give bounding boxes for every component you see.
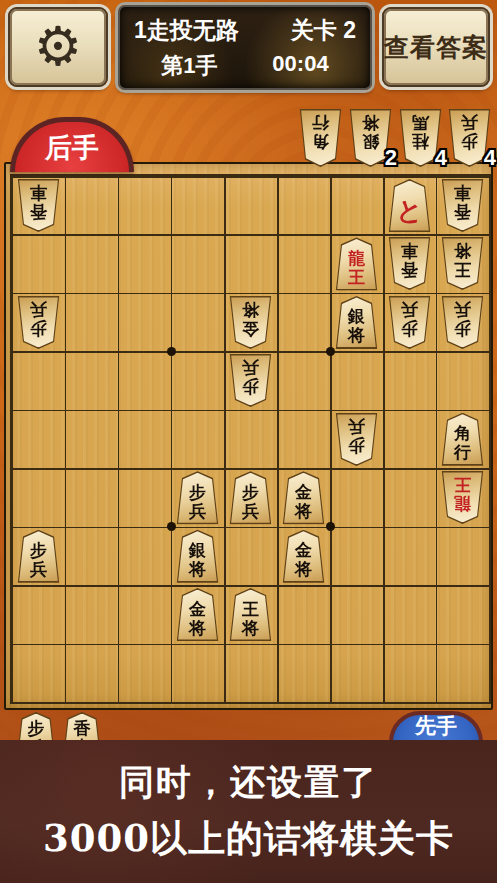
gote-hand-slot-pawn[interactable]: 步兵4 <box>446 109 493 167</box>
puzzle-info-panel: 1走投无路 关卡 2 第1手 00:04 <box>118 5 372 90</box>
move-counter: 第1手 <box>161 51 217 81</box>
shogi-piece-1e[interactable]: 角行 <box>439 413 486 466</box>
gote-hand-slot-knight[interactable]: 桂馬4 <box>397 109 444 167</box>
caption-line2: 3000以上的诘将棋关卡 <box>43 814 454 864</box>
piece-face: と <box>388 181 432 231</box>
piece-face: 銀将 <box>176 531 220 581</box>
shogi-piece-5c[interactable]: 金将 <box>227 296 274 349</box>
piece-face: 步兵 <box>441 297 485 347</box>
piece-face: 金将 <box>282 531 326 581</box>
stage-label: 关卡 2 <box>291 15 356 46</box>
piece-face: 金将 <box>229 297 273 347</box>
piece-face: 金将 <box>282 473 326 523</box>
shogi-piece-1b[interactable]: 王将 <box>439 237 486 290</box>
shogi-piece-2a[interactable]: と <box>386 179 433 232</box>
piece-face: 香車 <box>388 239 432 289</box>
shogi-piece-9c[interactable]: 步兵 <box>15 296 62 349</box>
sente-badge: 先手 <box>389 711 483 742</box>
shogi-piece-1f[interactable]: 龍王 <box>439 471 486 524</box>
star-point <box>167 347 176 356</box>
star-point <box>167 522 176 531</box>
shogi-piece-3e[interactable]: 步兵 <box>333 413 380 466</box>
piece-face: 龍王 <box>441 473 485 523</box>
shogi-piece-4g[interactable]: 金将 <box>280 530 327 583</box>
shogi-piece-3c[interactable]: 銀将 <box>333 296 380 349</box>
shogi-piece-5d[interactable]: 步兵 <box>227 354 274 407</box>
shogi-piece-9a[interactable]: 香車 <box>15 179 62 232</box>
shogi-piece-5f[interactable]: 步兵 <box>227 471 274 524</box>
piece-face: 步兵 <box>229 356 273 406</box>
piece-face: 金将 <box>176 590 220 640</box>
piece-face: 步兵 <box>229 473 273 523</box>
gear-icon: ⚙ <box>34 20 82 74</box>
shogi-piece-3b[interactable]: 龍王 <box>333 237 380 290</box>
board-grid[interactable]: 香車と香車龍王香車王将步兵金将銀将步兵步兵步兵步兵角行步兵步兵金将龍王步兵銀将金… <box>10 174 491 704</box>
gote-hand-slot-bishop[interactable]: 角行 <box>297 109 344 167</box>
shogi-piece-6f[interactable]: 步兵 <box>174 471 221 524</box>
piece-face: 銀将 <box>335 297 379 347</box>
shogi-piece-2c[interactable]: 步兵 <box>386 296 433 349</box>
sente-label: 先手 <box>415 712 457 740</box>
puzzle-title: 1走投无路 <box>134 15 239 46</box>
piece-face: 步兵 <box>388 297 432 347</box>
settings-button[interactable]: ⚙ <box>8 7 108 87</box>
caption-line1: 同时，还设置了 <box>119 759 378 806</box>
piece-face: 步兵 <box>17 531 61 581</box>
piece-face: 香車 <box>441 181 485 231</box>
shogi-piece-1c[interactable]: 步兵 <box>439 296 486 349</box>
star-point <box>326 522 335 531</box>
hand-count: 2 <box>385 145 397 171</box>
hand-count: 4 <box>484 145 496 171</box>
piece-face: 角行 <box>299 111 343 166</box>
shogi-piece-6g[interactable]: 銀将 <box>174 530 221 583</box>
piece-face: 步兵 <box>176 473 220 523</box>
shogi-piece-bishop[interactable]: 角行 <box>297 109 344 167</box>
timer: 00:04 <box>272 51 328 81</box>
piece-face: 王将 <box>441 239 485 289</box>
view-answer-button[interactable]: 查看答案 <box>382 7 490 87</box>
piece-face: 龍王 <box>335 239 379 289</box>
shogi-board: 香車と香車龍王香車王将步兵金将銀将步兵步兵步兵步兵角行步兵步兵金将龍王步兵銀将金… <box>4 162 493 710</box>
caption-panel: 同时，还设置了 3000以上的诘将棋关卡 <box>0 740 497 883</box>
shogi-piece-5h[interactable]: 王将 <box>227 588 274 641</box>
shogi-piece-9g[interactable]: 步兵 <box>15 530 62 583</box>
gote-hand-slot-silver[interactable]: 銀将2 <box>347 109 394 167</box>
shogi-piece-6h[interactable]: 金将 <box>174 588 221 641</box>
piece-face: 王将 <box>229 590 273 640</box>
shogi-piece-2b[interactable]: 香車 <box>386 237 433 290</box>
piece-face: 角行 <box>441 414 485 464</box>
piece-face: 香車 <box>17 181 61 231</box>
piece-face: 步兵 <box>17 297 61 347</box>
shogi-piece-1a[interactable]: 香車 <box>439 179 486 232</box>
piece-face: 步兵 <box>335 414 379 464</box>
shogi-piece-4f[interactable]: 金将 <box>280 471 327 524</box>
star-point <box>326 347 335 356</box>
gote-label: 后手 <box>45 130 99 166</box>
